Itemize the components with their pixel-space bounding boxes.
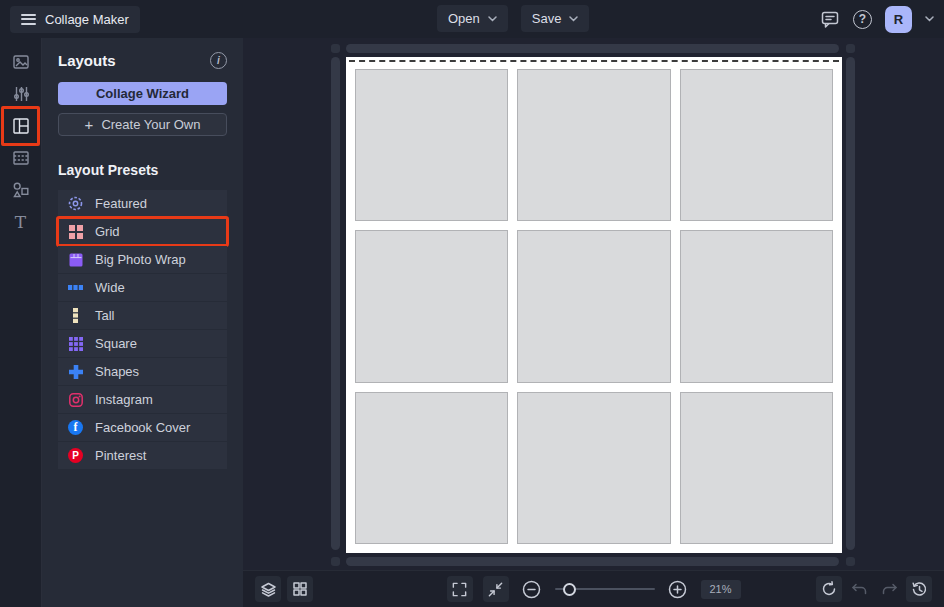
canvas-edge-dashed-guide [349, 60, 839, 62]
tool-rail: T [0, 38, 42, 607]
undo-button[interactable] [846, 576, 872, 602]
grid-2x2-icon [68, 224, 83, 239]
shapes-icon [11, 180, 31, 200]
instagram-icon [68, 392, 83, 407]
preset-facebook-cover[interactable]: f Facebook Cover [58, 414, 227, 441]
scroll-corner [331, 44, 340, 53]
create-your-own-button[interactable]: + Create Your Own [58, 113, 227, 136]
redo-icon [881, 582, 898, 597]
horizontal-scrollbar-top[interactable] [346, 44, 839, 53]
collage-maker-app: Collage Maker Open Save ? R [0, 0, 944, 607]
layout-icon [11, 116, 31, 136]
preset-featured[interactable]: Featured [58, 190, 227, 217]
save-button[interactable]: Save [521, 5, 590, 32]
sidebar-item-edit[interactable] [0, 78, 41, 110]
photo-icon [11, 52, 31, 72]
preset-square[interactable]: Square [58, 330, 227, 357]
history-tools [816, 576, 932, 602]
hamburger-icon [21, 11, 36, 27]
zoom-in-button[interactable] [665, 576, 691, 602]
text-tool-icon: T [15, 212, 26, 232]
zoom-out-button[interactable] [519, 576, 545, 602]
vertical-scrollbar-left[interactable] [331, 57, 340, 550]
reset-button[interactable] [816, 576, 842, 602]
chat-bubble-icon [820, 10, 840, 29]
bottom-toolbar: 21% [243, 570, 944, 607]
collage-cell[interactable] [355, 230, 508, 382]
big-photo-wrap-icon [68, 252, 83, 267]
preset-big-photo-wrap[interactable]: Big Photo Wrap [58, 246, 227, 273]
zoom-level-value[interactable]: 21% [701, 580, 741, 599]
sliders-icon [11, 84, 31, 104]
grid-3x3-icon [68, 336, 83, 351]
vertical-scrollbar-right[interactable] [846, 57, 855, 550]
history-clock-icon [911, 581, 928, 598]
collage-canvas[interactable] [346, 57, 842, 553]
preset-pinterest[interactable]: P Pinterest [58, 442, 227, 469]
collage-cell[interactable] [517, 230, 670, 382]
preset-tall[interactable]: Tall [58, 302, 227, 329]
wide-row-icon [68, 280, 83, 295]
chevron-down-icon [488, 16, 497, 22]
feedback-button[interactable] [820, 10, 840, 29]
panel-title: Layouts [58, 52, 116, 69]
redo-button[interactable] [876, 576, 902, 602]
undo-icon [851, 582, 868, 597]
scroll-corner [846, 557, 855, 566]
question-mark-icon: ? [853, 10, 872, 29]
zoom-controls: 21% [447, 576, 741, 602]
plus-icon: + [85, 117, 94, 132]
account-chevron-icon[interactable] [925, 16, 934, 22]
fullscreen-button[interactable] [447, 576, 473, 602]
plus-shape-icon [68, 364, 83, 379]
workspace: 21% [243, 38, 944, 607]
preset-instagram[interactable]: Instagram [58, 386, 227, 413]
zoom-slider-knob[interactable] [563, 583, 576, 596]
collage-cell[interactable] [517, 392, 670, 544]
app-title: Collage Maker [45, 12, 129, 27]
zoom-slider[interactable] [555, 582, 655, 596]
layers-button[interactable] [255, 576, 281, 602]
refresh-icon [821, 581, 837, 597]
top-right-actions: ? R [820, 6, 934, 33]
open-button[interactable]: Open [437, 5, 508, 32]
grid-icon [292, 581, 308, 597]
sidebar-item-graphics[interactable] [0, 174, 41, 206]
preset-list: Featured Grid Big Photo Wrap Wide Tall [58, 190, 227, 469]
layers-icon [260, 581, 277, 598]
collage-cell[interactable] [517, 69, 670, 221]
grid-manager-button[interactable] [287, 576, 313, 602]
featured-badge-icon [68, 196, 83, 211]
fit-to-screen-button[interactable] [483, 576, 509, 602]
sidebar-item-patterns[interactable] [0, 142, 41, 174]
help-button[interactable]: ? [853, 10, 872, 29]
collage-cell[interactable] [680, 392, 833, 544]
fit-screen-icon [487, 581, 504, 598]
collage-cell[interactable] [680, 230, 833, 382]
left-tools [255, 576, 313, 602]
preset-wide[interactable]: Wide [58, 274, 227, 301]
rows-icon [11, 148, 31, 168]
collage-cell[interactable] [355, 69, 508, 221]
sidebar-item-layouts[interactable] [0, 110, 41, 142]
top-bar: Collage Maker Open Save ? R [0, 0, 944, 38]
preset-shapes[interactable]: Shapes [58, 358, 227, 385]
scroll-corner [846, 44, 855, 53]
zoom-out-icon [522, 580, 541, 599]
layouts-panel: Layouts i Collage Wizard + Create Your O… [42, 38, 243, 607]
preset-grid[interactable]: Grid [58, 218, 227, 245]
tall-column-icon [68, 308, 83, 323]
collage-grid [355, 69, 833, 544]
presets-heading: Layout Presets [58, 162, 227, 178]
account-avatar[interactable]: R [885, 6, 912, 33]
history-button[interactable] [906, 576, 932, 602]
zoom-in-icon [668, 580, 687, 599]
sidebar-item-image-manager[interactable] [0, 46, 41, 78]
main-menu-button[interactable]: Collage Maker [10, 6, 140, 33]
collage-wizard-button[interactable]: Collage Wizard [58, 82, 227, 105]
info-icon[interactable]: i [210, 52, 227, 69]
file-actions: Open Save [437, 5, 589, 32]
sidebar-item-text[interactable]: T [0, 206, 41, 238]
pinterest-icon: P [68, 448, 83, 463]
chevron-down-icon [569, 16, 578, 22]
canvas-viewport [243, 38, 944, 570]
fullscreen-icon [451, 581, 468, 598]
collage-cell[interactable] [680, 69, 833, 221]
scroll-corner [331, 557, 340, 566]
collage-cell[interactable] [355, 392, 508, 544]
horizontal-scrollbar-bottom[interactable] [346, 557, 839, 566]
facebook-icon: f [68, 420, 83, 435]
